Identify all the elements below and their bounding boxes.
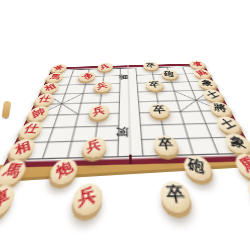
piece-disc: 將 — [207, 101, 235, 116]
piece-red[interactable]: 馬 — [44, 72, 65, 82]
piece-disc: 卒 — [153, 135, 181, 156]
piece-disc: 兵 — [97, 63, 113, 72]
product-photo-scene: 界 河 車兵卒車馬炮砲馬相兵卒象仕士帥兵卒將仕士相兵卒象馬炮砲馬車兵卒車 — [0, 0, 250, 250]
piece-character: 兵 — [86, 139, 102, 155]
piece-black[interactable]: 卒 — [148, 103, 171, 118]
piece-disc: 馬 — [44, 72, 65, 82]
piece-character: 象 — [229, 136, 247, 151]
piece-disc: 兵 — [70, 182, 103, 214]
piece-red[interactable]: 兵 — [87, 104, 109, 119]
piece-disc: 相 — [39, 82, 61, 94]
piece-character: 仕 — [37, 96, 52, 104]
piece-character: 兵 — [99, 64, 110, 71]
piece-black[interactable]: 士 — [213, 116, 244, 134]
piece-disc: 車 — [0, 185, 20, 217]
piece-disc: 炮 — [78, 71, 97, 81]
piece-character: 卒 — [166, 186, 187, 205]
piece-character: 兵 — [92, 106, 106, 117]
piece-character: 兵 — [78, 187, 97, 210]
piece-red[interactable]: 兵 — [93, 81, 112, 92]
piece-red[interactable]: 炮 — [78, 71, 97, 81]
clasp-icon — [2, 101, 12, 119]
piece-character: 車 — [0, 188, 9, 214]
piece-black[interactable]: 象 — [196, 78, 219, 89]
piece-disc: 砲 — [160, 69, 179, 79]
piece-character: 馬 — [237, 156, 250, 176]
piece-red[interactable]: 兵 — [80, 136, 107, 157]
piece-character: 卒 — [146, 63, 157, 69]
piece-disc: 車 — [243, 178, 250, 210]
piece-character: 馬 — [195, 70, 209, 78]
piece-disc: 卒 — [159, 180, 194, 212]
piece-disc: 仕 — [32, 93, 56, 106]
piece-disc: 兵 — [80, 136, 107, 157]
piece-disc: 士 — [201, 89, 226, 102]
piece-disc: 兵 — [88, 104, 110, 119]
piece-disc: 車 — [49, 64, 68, 73]
piece-character: 炮 — [80, 72, 94, 80]
piece-red[interactable]: 車 — [49, 64, 68, 73]
piece-disc: 卒 — [145, 79, 164, 90]
piece-black[interactable]: 將 — [207, 101, 235, 116]
piece-red[interactable]: 車 — [242, 178, 250, 210]
xiangqi-board[interactable]: 界 河 車兵卒車馬炮砲馬相兵卒象仕士帥兵卒將仕士相兵卒象馬炮砲馬車兵卒車 — [2, 63, 250, 167]
piece-black[interactable]: 砲 — [160, 69, 179, 79]
piece-black[interactable]: 卒 — [143, 61, 160, 70]
piece-disc: 卒 — [149, 103, 172, 118]
piece-disc: 相 — [5, 138, 38, 160]
piece-character: 馬 — [0, 163, 23, 180]
piece-character: 士 — [218, 118, 238, 132]
piece-red[interactable]: 馬 — [191, 69, 212, 79]
piece-character: 帥 — [31, 107, 46, 120]
piece-character: 相 — [43, 83, 57, 92]
piece-disc: 士 — [214, 116, 245, 134]
piece-red[interactable]: 仕 — [32, 93, 57, 106]
piece-character: 砲 — [188, 158, 205, 177]
piece-red[interactable]: 相 — [38, 82, 61, 94]
piece-red[interactable]: 車 — [0, 185, 20, 218]
piece-red[interactable]: 兵 — [97, 63, 114, 72]
piece-disc: 象 — [196, 78, 219, 89]
piece-character: 車 — [53, 65, 65, 72]
piece-character: 馬 — [48, 74, 61, 80]
piece-character: 卒 — [158, 139, 175, 152]
piece-character: 車 — [192, 62, 203, 68]
piece-red[interactable]: 仕 — [16, 121, 46, 139]
piece-character: 相 — [14, 140, 31, 157]
piece-black[interactable]: 象 — [221, 133, 250, 154]
piece-black[interactable]: 卒 — [153, 135, 181, 156]
piece-character: 象 — [201, 80, 213, 87]
piece-black[interactable]: 卒 — [159, 180, 194, 212]
piece-disc: 象 — [222, 133, 250, 154]
pieces-grid: 車兵卒車馬炮砲馬相兵卒象仕士帥兵卒將仕士相兵卒象馬炮砲馬車兵卒車 — [4, 60, 250, 161]
piece-disc: 兵 — [93, 81, 112, 92]
piece-character: 卒 — [153, 105, 167, 114]
piece-character: 將 — [213, 104, 228, 114]
piece-character: 卒 — [149, 81, 161, 88]
piece-character: 仕 — [22, 124, 41, 135]
piece-character: 炮 — [55, 160, 75, 181]
piece-disc: 帥 — [25, 106, 52, 121]
piece-black[interactable]: 卒 — [145, 79, 165, 90]
piece-disc: 馬 — [192, 69, 213, 79]
piece-character: 士 — [205, 90, 222, 100]
piece-character: 兵 — [96, 82, 109, 91]
piece-red[interactable]: 兵 — [69, 182, 103, 214]
piece-red[interactable]: 帥 — [24, 106, 51, 121]
piece-black[interactable]: 士 — [201, 89, 226, 102]
piece-character: 砲 — [164, 71, 174, 78]
piece-disc: 仕 — [16, 121, 46, 139]
piece-red[interactable]: 相 — [5, 138, 39, 160]
piece-disc: 卒 — [143, 61, 160, 70]
